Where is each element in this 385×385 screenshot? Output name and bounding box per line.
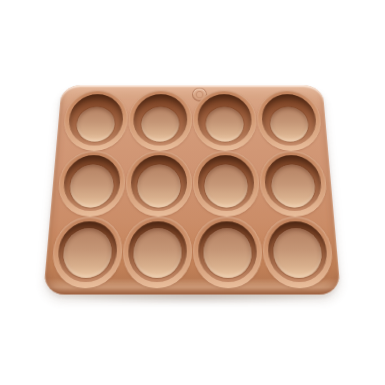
muffin-cup	[50, 217, 123, 289]
cup-floor	[203, 228, 252, 278]
muffin-cup	[193, 217, 263, 289]
cup-floor	[132, 228, 181, 278]
cup-floor	[136, 164, 180, 207]
muffin-pan	[43, 85, 341, 294]
muffin-pan-perspective	[43, 85, 341, 294]
cup-floor	[204, 164, 248, 207]
muffin-cup	[258, 151, 328, 217]
cup-cavity	[197, 155, 254, 211]
cup-cavity	[61, 155, 121, 211]
product-photo	[0, 0, 385, 385]
cup-cavity	[266, 221, 328, 282]
muffin-cup	[124, 151, 191, 217]
cup-floor	[269, 107, 309, 142]
cup-floor	[140, 107, 178, 142]
muffin-cup	[56, 151, 126, 217]
cup-cavity	[263, 155, 323, 211]
cup-floor	[272, 228, 323, 278]
cup-floor	[61, 228, 112, 278]
cup-floor	[75, 107, 115, 142]
muffin-cup	[192, 151, 259, 217]
cup-cavity	[132, 94, 187, 145]
cup-cavity	[67, 94, 124, 145]
cup-cavity	[260, 94, 317, 145]
cup-cavity	[129, 155, 186, 211]
muffin-cup	[121, 217, 191, 289]
muffin-cup	[261, 217, 334, 289]
cup-floor	[68, 164, 114, 207]
cup-cavity	[127, 221, 187, 282]
muffin-cup	[256, 90, 323, 151]
cup-floor	[205, 107, 243, 142]
muffin-cup	[192, 90, 257, 151]
cup-cavity	[55, 221, 117, 282]
cup-cavity	[198, 221, 258, 282]
muffin-cup	[61, 90, 128, 151]
cup-cavity	[197, 94, 252, 145]
cup-floor	[270, 164, 316, 207]
muffin-cup	[127, 90, 192, 151]
